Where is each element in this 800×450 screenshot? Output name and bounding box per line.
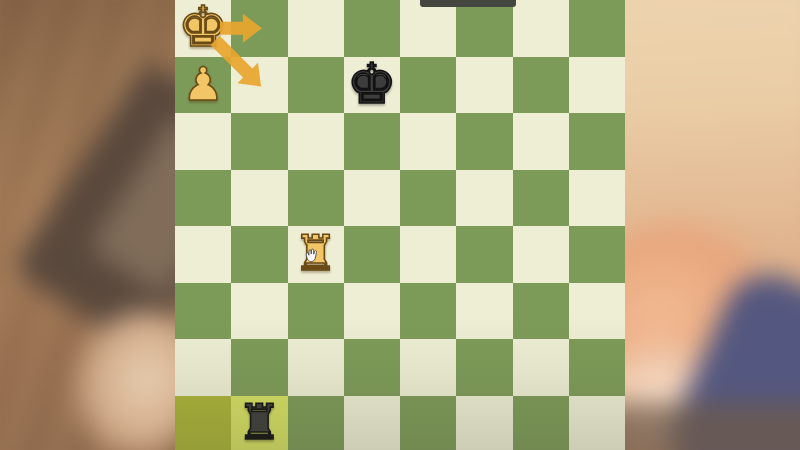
video-frame: ♚♟♚♜♜ xyxy=(0,0,800,450)
square-f7[interactable] xyxy=(456,57,512,114)
square-h4[interactable] xyxy=(569,226,625,283)
square-f4[interactable] xyxy=(456,226,512,283)
square-b2[interactable] xyxy=(231,339,287,396)
square-e3[interactable] xyxy=(400,283,456,340)
piece-black-rook-b1[interactable]: ♜ xyxy=(237,398,281,447)
square-e7[interactable] xyxy=(400,57,456,114)
square-d7[interactable]: ♚ xyxy=(344,57,400,114)
square-d6[interactable] xyxy=(344,113,400,170)
square-f8[interactable] xyxy=(456,0,512,57)
square-g1[interactable] xyxy=(513,396,569,450)
square-g3[interactable] xyxy=(513,283,569,340)
square-d5[interactable] xyxy=(344,170,400,227)
square-g5[interactable] xyxy=(513,170,569,227)
square-d8[interactable] xyxy=(344,0,400,57)
square-e5[interactable] xyxy=(400,170,456,227)
square-a7[interactable]: ♟ xyxy=(175,57,231,114)
square-c5[interactable] xyxy=(288,170,344,227)
square-f5[interactable] xyxy=(456,170,512,227)
top-overlay-bar xyxy=(420,0,516,7)
square-c7[interactable] xyxy=(288,57,344,114)
square-a3[interactable] xyxy=(175,283,231,340)
board-squares: ♚♟♚♜♜ xyxy=(175,0,625,450)
square-d1[interactable] xyxy=(344,396,400,450)
square-b7[interactable] xyxy=(231,57,287,114)
square-e1[interactable] xyxy=(400,396,456,450)
square-a6[interactable] xyxy=(175,113,231,170)
square-c2[interactable] xyxy=(288,339,344,396)
square-a4[interactable] xyxy=(175,226,231,283)
square-e6[interactable] xyxy=(400,113,456,170)
square-b5[interactable] xyxy=(231,170,287,227)
square-d3[interactable] xyxy=(344,283,400,340)
square-b3[interactable] xyxy=(231,283,287,340)
square-g2[interactable] xyxy=(513,339,569,396)
piece-white-rook-c4[interactable]: ♜ xyxy=(294,229,338,278)
chess-board: ♚♟♚♜♜ xyxy=(175,0,625,450)
square-g7[interactable] xyxy=(513,57,569,114)
square-h5[interactable] xyxy=(569,170,625,227)
square-h1[interactable] xyxy=(569,396,625,450)
square-f2[interactable] xyxy=(456,339,512,396)
square-a8[interactable]: ♚ xyxy=(175,0,231,57)
square-e8[interactable] xyxy=(400,0,456,57)
square-b1[interactable]: ♜ xyxy=(231,396,287,450)
square-f3[interactable] xyxy=(456,283,512,340)
square-c6[interactable] xyxy=(288,113,344,170)
square-e4[interactable] xyxy=(400,226,456,283)
square-d2[interactable] xyxy=(344,339,400,396)
square-b6[interactable] xyxy=(231,113,287,170)
square-h2[interactable] xyxy=(569,339,625,396)
square-a2[interactable] xyxy=(175,339,231,396)
square-c1[interactable] xyxy=(288,396,344,450)
square-b4[interactable] xyxy=(231,226,287,283)
square-h3[interactable] xyxy=(569,283,625,340)
square-b8[interactable] xyxy=(231,0,287,57)
square-g4[interactable] xyxy=(513,226,569,283)
square-h6[interactable] xyxy=(569,113,625,170)
square-g6[interactable] xyxy=(513,113,569,170)
square-f6[interactable] xyxy=(456,113,512,170)
square-e2[interactable] xyxy=(400,339,456,396)
square-c4[interactable]: ♜ xyxy=(288,226,344,283)
square-d4[interactable] xyxy=(344,226,400,283)
square-a1[interactable] xyxy=(175,396,231,450)
square-f1[interactable] xyxy=(456,396,512,450)
square-h8[interactable] xyxy=(569,0,625,57)
piece-black-king-d7[interactable]: ♚ xyxy=(347,56,397,112)
square-c8[interactable] xyxy=(288,0,344,57)
piece-white-king-a8[interactable]: ♚ xyxy=(178,0,228,55)
square-c3[interactable] xyxy=(288,283,344,340)
square-a5[interactable] xyxy=(175,170,231,227)
square-g8[interactable] xyxy=(513,0,569,57)
piece-white-pawn-a7[interactable]: ♟ xyxy=(183,61,224,107)
square-h7[interactable] xyxy=(569,57,625,114)
